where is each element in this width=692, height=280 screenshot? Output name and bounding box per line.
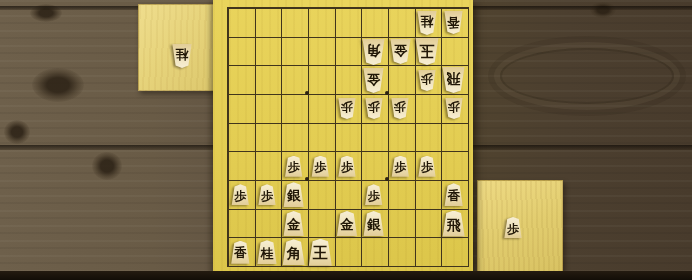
piece-gold-gote[interactable]: 金 xyxy=(390,39,411,64)
piece-body: 桂 xyxy=(257,240,277,264)
piece-kanji: 金 xyxy=(340,218,354,232)
piece-body: 飛 xyxy=(442,67,465,93)
piece-kanji: 歩 xyxy=(421,161,433,173)
piece-body: 歩 xyxy=(338,98,356,119)
piece-pawn-sente[interactable]: 歩 xyxy=(231,184,249,205)
table-front-edge xyxy=(0,271,692,280)
piece-kanji: 玉 xyxy=(420,43,435,58)
piece-body: 歩 xyxy=(365,184,383,205)
piece-body: 桂 xyxy=(172,44,192,68)
piece-kanji: 歩 xyxy=(421,73,433,85)
piece-kanji: 金 xyxy=(394,44,408,58)
piece-kanji: 香 xyxy=(234,247,247,260)
piece-kanji: 香 xyxy=(447,16,460,29)
piece-kanji: 歩 xyxy=(341,102,353,114)
star-point xyxy=(385,91,389,95)
wood-knot xyxy=(92,152,122,180)
piece-lance-sente[interactable]: 香 xyxy=(231,241,250,264)
piece-kanji: 歩 xyxy=(368,190,380,202)
piece-kanji: 金 xyxy=(367,72,381,86)
piece-gold-sente[interactable]: 金 xyxy=(283,211,304,236)
piece-pawn-sente[interactable]: 歩 xyxy=(338,156,356,177)
piece-rook-gote[interactable]: 飛 xyxy=(442,67,465,93)
star-point xyxy=(305,177,309,181)
piece-body: 歩 xyxy=(231,184,249,205)
piece-body: 角 xyxy=(362,39,385,65)
piece-pawn-gote[interactable]: 歩 xyxy=(391,98,409,119)
piece-pawn-gote[interactable]: 歩 xyxy=(365,98,383,119)
piece-kanji: 歩 xyxy=(314,161,326,173)
piece-body: 歩 xyxy=(258,184,276,205)
piece-pawn-sente[interactable]: 歩 xyxy=(285,156,303,177)
piece-kanji: 桂 xyxy=(261,247,274,260)
piece-kanji: 歩 xyxy=(234,190,246,202)
piece-kanji: 銀 xyxy=(367,218,381,232)
gote-komadai: 桂 xyxy=(138,4,219,91)
wood-knot xyxy=(32,68,84,102)
piece-kanji: 角 xyxy=(287,246,301,260)
piece-body: 歩 xyxy=(338,156,356,177)
piece-pawn-sente[interactable]: 歩 xyxy=(365,184,383,205)
piece-kanji: 歩 xyxy=(288,161,300,173)
piece-kanji: 桂 xyxy=(176,49,189,62)
piece-kanji: 飛 xyxy=(447,218,461,232)
piece-body: 歩 xyxy=(285,156,303,177)
piece-body: 金 xyxy=(390,39,411,64)
piece-silver-sente[interactable]: 銀 xyxy=(363,211,384,236)
shogi-scene: 桂 歩 桂香角金玉金歩飛歩歩歩歩歩歩歩歩歩歩歩銀歩香金金銀飛香桂角王 xyxy=(0,0,692,280)
piece-kanji: 歩 xyxy=(261,190,273,202)
piece-body: 玉 xyxy=(415,38,439,65)
piece-kanji: 桂 xyxy=(421,15,434,28)
piece-bishop-gote[interactable]: 角 xyxy=(362,39,385,65)
piece-pawn-gote[interactable]: 歩 xyxy=(338,98,356,119)
piece-kanji: 歩 xyxy=(341,161,353,173)
piece-pawn-sente[interactable]: 歩 xyxy=(504,217,522,238)
piece-knight-gote[interactable]: 桂 xyxy=(417,11,437,35)
piece-body: 香 xyxy=(444,11,463,34)
piece-kanji: 歩 xyxy=(448,102,460,114)
piece-king-sente[interactable]: 王 xyxy=(308,239,332,266)
wood-grain xyxy=(500,48,674,104)
wood-knot xyxy=(590,2,616,18)
piece-rook-sente[interactable]: 飛 xyxy=(442,211,465,237)
sente-komadai: 歩 xyxy=(477,180,563,273)
piece-pawn-gote[interactable]: 歩 xyxy=(445,98,463,119)
piece-kanji: 角 xyxy=(367,44,381,58)
piece-pawn-sente[interactable]: 歩 xyxy=(391,156,409,177)
piece-body: 飛 xyxy=(442,211,465,237)
wood-knot xyxy=(4,120,30,144)
piece-kanji: 金 xyxy=(287,218,301,232)
piece-body: 金 xyxy=(337,211,358,236)
piece-lance-gote[interactable]: 香 xyxy=(444,11,463,34)
star-point xyxy=(305,91,309,95)
piece-kanji: 飛 xyxy=(447,72,461,86)
piece-body: 歩 xyxy=(504,217,522,238)
piece-body: 歩 xyxy=(365,98,383,119)
piece-body: 銀 xyxy=(363,211,384,236)
piece-body: 歩 xyxy=(391,156,409,177)
piece-pawn-sente[interactable]: 歩 xyxy=(418,156,436,177)
piece-kanji: 歩 xyxy=(394,102,406,114)
piece-gold-gote[interactable]: 金 xyxy=(363,68,384,93)
piece-body: 金 xyxy=(283,211,304,236)
piece-knight-sente[interactable]: 桂 xyxy=(257,240,277,264)
piece-body: 角 xyxy=(282,239,305,265)
piece-body: 香 xyxy=(444,183,463,206)
piece-body: 歩 xyxy=(418,156,436,177)
piece-kanji: 歩 xyxy=(368,102,380,114)
piece-bishop-sente[interactable]: 角 xyxy=(282,239,305,265)
piece-lance-sente[interactable]: 香 xyxy=(444,183,463,206)
piece-pawn-sente[interactable]: 歩 xyxy=(258,184,276,205)
shogi-board[interactable]: 桂香角金玉金歩飛歩歩歩歩歩歩歩歩歩歩歩銀歩香金金銀飛香桂角王 xyxy=(213,0,473,272)
piece-body: 歩 xyxy=(418,70,436,91)
piece-pawn-gote[interactable]: 歩 xyxy=(418,70,436,91)
piece-body: 金 xyxy=(363,68,384,93)
piece-body: 王 xyxy=(308,239,332,266)
piece-king-gote[interactable]: 玉 xyxy=(415,38,439,65)
piece-body: 香 xyxy=(231,241,250,264)
piece-kanji: 銀 xyxy=(287,189,301,203)
piece-gold-sente[interactable]: 金 xyxy=(337,211,358,236)
piece-body: 歩 xyxy=(445,98,463,119)
piece-body: 歩 xyxy=(311,156,329,177)
piece-knight-gote[interactable]: 桂 xyxy=(172,44,192,68)
piece-body: 歩 xyxy=(391,98,409,119)
piece-silver-sente[interactable]: 銀 xyxy=(283,182,304,207)
piece-kanji: 香 xyxy=(447,190,460,203)
piece-kanji: 王 xyxy=(313,246,328,261)
piece-kanji: 歩 xyxy=(507,223,519,235)
piece-body: 銀 xyxy=(283,182,304,207)
piece-pawn-sente[interactable]: 歩 xyxy=(311,156,329,177)
star-point xyxy=(385,177,389,181)
piece-body: 桂 xyxy=(417,11,437,35)
piece-kanji: 歩 xyxy=(394,161,406,173)
